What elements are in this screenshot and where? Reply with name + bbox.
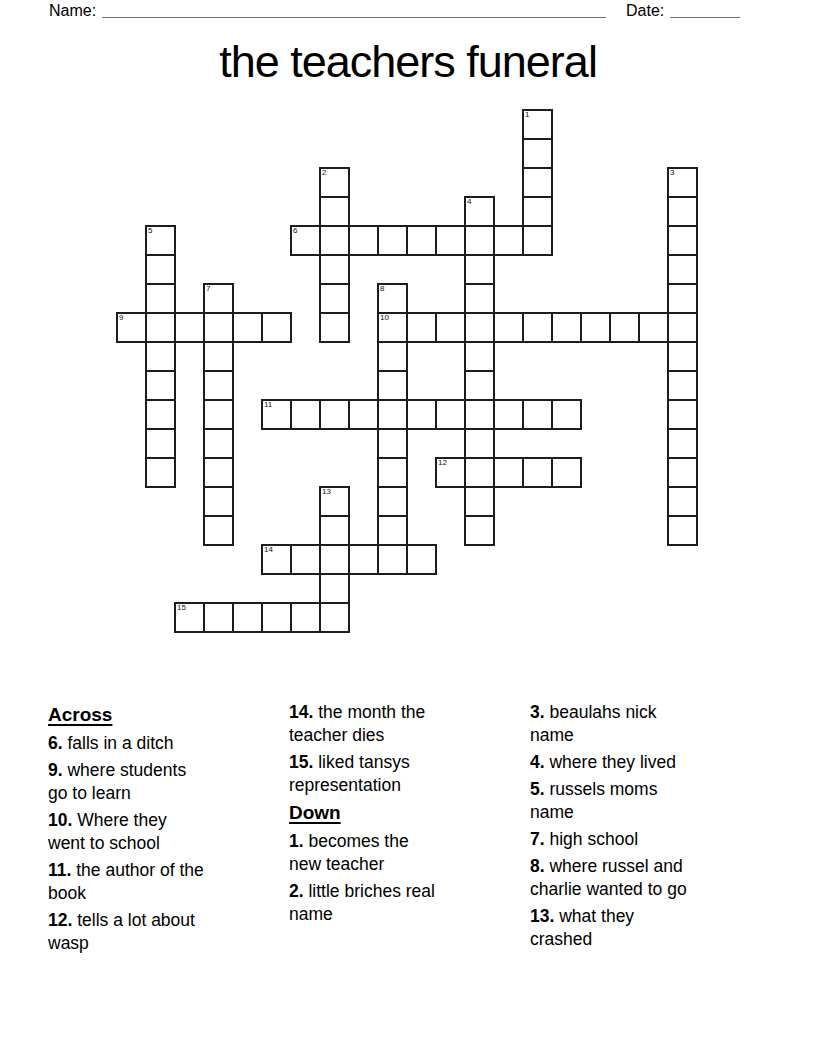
cell-r8c9[interactable] [378, 342, 407, 371]
cell-r7c13[interactable] [494, 313, 523, 342]
clue-number: 14. [289, 702, 313, 722]
cell-r9c9[interactable] [378, 371, 407, 400]
cell-r2c14[interactable] [523, 168, 552, 197]
cell-r5c19[interactable] [668, 255, 697, 284]
cell-r9c19[interactable] [668, 371, 697, 400]
cell-r6c19[interactable] [668, 284, 697, 313]
cell-number: 15 [177, 603, 186, 613]
cell-r4c13[interactable] [494, 226, 523, 255]
cell-number: 1 [525, 110, 529, 120]
cell-r15c9[interactable] [378, 545, 407, 574]
cell-r10c14[interactable] [523, 400, 552, 429]
cell-r9c12[interactable] [465, 371, 494, 400]
clue-number: 2. [289, 881, 304, 901]
cell-r15c8[interactable] [349, 545, 378, 574]
cell-r4c1[interactable]: 5 [146, 226, 175, 255]
cell-r13c9[interactable] [378, 487, 407, 516]
cell-r15c7[interactable] [320, 545, 349, 574]
cell-number: 3 [670, 168, 674, 178]
cell-r7c0[interactable]: 9 [117, 313, 146, 342]
cell-r0c14[interactable]: 1 [523, 110, 552, 139]
puzzle-title: the teachers funeral [0, 36, 816, 88]
cell-r7c4[interactable] [233, 313, 262, 342]
cell-r17c4[interactable] [233, 603, 262, 632]
date-label: Date: [626, 2, 664, 20]
clue-down-3: 3. beaulahs nick name [530, 701, 692, 747]
cell-r14c3[interactable] [204, 516, 233, 545]
cell-r12c11[interactable]: 12 [436, 458, 465, 487]
cell-r10c9[interactable] [378, 400, 407, 429]
clue-number: 13. [530, 906, 554, 926]
down-heading: Down [289, 801, 437, 825]
cell-r17c5[interactable] [262, 603, 291, 632]
cell-number: 14 [264, 545, 273, 555]
cell-r12c13[interactable] [494, 458, 523, 487]
clue-number: 1. [289, 831, 304, 851]
cell-r7c15[interactable] [552, 313, 581, 342]
cell-r13c3[interactable] [204, 487, 233, 516]
clue-text: where they lived [549, 752, 675, 772]
clue-number: 10. [48, 810, 72, 830]
cell-r7c14[interactable] [523, 313, 552, 342]
cell-r15c5[interactable]: 14 [262, 545, 291, 574]
cell-r9c3[interactable] [204, 371, 233, 400]
cell-r4c11[interactable] [436, 226, 465, 255]
cell-r17c2[interactable]: 15 [175, 603, 204, 632]
cell-number: 8 [380, 284, 384, 294]
cell-r14c7[interactable] [320, 516, 349, 545]
cell-r11c1[interactable] [146, 429, 175, 458]
cell-r10c12[interactable] [465, 400, 494, 429]
cell-r13c19[interactable] [668, 487, 697, 516]
cell-r3c7[interactable] [320, 197, 349, 226]
cell-r7c7[interactable] [320, 313, 349, 342]
cell-r2c7[interactable]: 2 [320, 168, 349, 197]
across-heading: Across [48, 703, 205, 727]
clue-column-3: 3. beaulahs nick name 4. where they live… [530, 701, 692, 955]
cell-r4c7[interactable] [320, 226, 349, 255]
cell-r10c10[interactable] [407, 400, 436, 429]
clue-across-10: 10. Where they went to school [48, 809, 205, 855]
cell-r8c1[interactable] [146, 342, 175, 371]
cell-r11c3[interactable] [204, 429, 233, 458]
cell-r15c10[interactable] [407, 545, 436, 574]
clue-text: russels moms name [530, 779, 657, 822]
clue-number: 7. [530, 829, 545, 849]
clue-number: 6. [48, 733, 63, 753]
cell-r4c14[interactable] [523, 226, 552, 255]
cell-r4c12[interactable] [465, 226, 494, 255]
clue-down-8: 8. where russel and charlie wanted to go [530, 855, 692, 901]
cell-r11c12[interactable] [465, 429, 494, 458]
cell-r17c3[interactable] [204, 603, 233, 632]
cell-r12c19[interactable] [668, 458, 697, 487]
cell-r7c16[interactable] [581, 313, 610, 342]
cell-number: 12 [438, 458, 447, 468]
cell-r9c1[interactable] [146, 371, 175, 400]
cell-r10c8[interactable] [349, 400, 378, 429]
name-label: Name: [49, 2, 96, 20]
cell-r10c19[interactable] [668, 400, 697, 429]
clue-column-2: 14. the month the teacher dies 15. liked… [289, 701, 437, 930]
cell-r1c14[interactable] [523, 139, 552, 168]
cell-r7c12[interactable] [465, 313, 494, 342]
cell-r5c7[interactable] [320, 255, 349, 284]
cell-r8c19[interactable] [668, 342, 697, 371]
cell-r11c19[interactable] [668, 429, 697, 458]
cell-r6c7[interactable] [320, 284, 349, 313]
cell-r7c9[interactable]: 10 [378, 313, 407, 342]
cell-r7c11[interactable] [436, 313, 465, 342]
cell-r15c6[interactable] [291, 545, 320, 574]
cell-r4c6[interactable]: 6 [291, 226, 320, 255]
cell-number: 7 [206, 284, 210, 294]
cell-r13c12[interactable] [465, 487, 494, 516]
clue-number: 8. [530, 856, 545, 876]
cell-number: 11 [264, 400, 272, 410]
cell-r12c1[interactable] [146, 458, 175, 487]
cell-r12c3[interactable] [204, 458, 233, 487]
cell-r4c19[interactable] [668, 226, 697, 255]
crossword-grid: 123456789101112131415 [117, 110, 697, 632]
clue-text: where russel and charlie wanted to go [530, 856, 687, 899]
cell-r17c6[interactable] [291, 603, 320, 632]
cell-r10c13[interactable] [494, 400, 523, 429]
cell-r6c1[interactable] [146, 284, 175, 313]
name-input-line[interactable] [102, 1, 606, 18]
clue-number: 3. [530, 702, 545, 722]
cell-r7c19[interactable] [668, 313, 697, 342]
clue-down-2: 2. little briches real name [289, 880, 437, 926]
cell-r7c1[interactable] [146, 313, 175, 342]
cell-number: 2 [322, 168, 326, 178]
cell-r6c12[interactable] [465, 284, 494, 313]
clue-text: where students go to learn [48, 760, 186, 803]
cell-r7c17[interactable] [610, 313, 639, 342]
cell-r3c12[interactable]: 4 [465, 197, 494, 226]
cell-number: 6 [293, 226, 297, 236]
clue-across-12: 12. tells a lot about wasp [48, 909, 205, 955]
cell-r12c14[interactable] [523, 458, 552, 487]
cell-r10c3[interactable] [204, 400, 233, 429]
cell-r10c11[interactable] [436, 400, 465, 429]
clue-text: high school [549, 829, 638, 849]
cell-r3c14[interactable] [523, 197, 552, 226]
cell-number: 4 [467, 197, 471, 207]
clue-number: 12. [48, 910, 72, 930]
cell-r12c9[interactable] [378, 458, 407, 487]
cell-r13c7[interactable]: 13 [320, 487, 349, 516]
clue-across-14: 14. the month the teacher dies [289, 701, 437, 747]
clue-across-11: 11. the author of the book [48, 859, 205, 905]
clue-number: 5. [530, 779, 545, 799]
cell-r11c9[interactable] [378, 429, 407, 458]
cell-r8c3[interactable] [204, 342, 233, 371]
cell-r10c15[interactable] [552, 400, 581, 429]
cell-r7c10[interactable] [407, 313, 436, 342]
clue-down-5: 5. russels moms name [530, 778, 692, 824]
cell-r12c12[interactable] [465, 458, 494, 487]
cell-r6c9[interactable]: 8 [378, 284, 407, 313]
clue-across-6: 6. falls in a ditch [48, 732, 205, 755]
cell-r4c10[interactable] [407, 226, 436, 255]
cell-r10c5[interactable]: 11 [262, 400, 291, 429]
cell-r7c5[interactable] [262, 313, 291, 342]
clue-column-1: Across 6. falls in a ditch 9. where stud… [48, 701, 205, 959]
clue-number: 11. [48, 860, 71, 880]
cell-r17c7[interactable] [320, 603, 349, 632]
cell-r5c1[interactable] [146, 255, 175, 284]
cell-number: 10 [380, 313, 389, 323]
clue-text: the author of the book [48, 860, 204, 903]
cell-r14c19[interactable] [668, 516, 697, 545]
cell-r4c8[interactable] [349, 226, 378, 255]
cell-r5c12[interactable] [465, 255, 494, 284]
cell-r10c6[interactable] [291, 400, 320, 429]
clue-number: 4. [530, 752, 545, 772]
cell-r10c1[interactable] [146, 400, 175, 429]
cell-r2c19[interactable]: 3 [668, 168, 697, 197]
cell-r14c12[interactable] [465, 516, 494, 545]
cell-number: 5 [148, 226, 152, 236]
clue-text: falls in a ditch [67, 733, 173, 753]
cell-r14c9[interactable] [378, 516, 407, 545]
cell-r7c3[interactable] [204, 313, 233, 342]
clue-down-7: 7. high school [530, 828, 692, 851]
cell-number: 13 [322, 487, 331, 497]
cell-r4c9[interactable] [378, 226, 407, 255]
cell-r6c3[interactable]: 7 [204, 284, 233, 313]
clue-down-4: 4. where they lived [530, 751, 692, 774]
clue-across-9: 9. where students go to learn [48, 759, 205, 805]
cell-r12c15[interactable] [552, 458, 581, 487]
cell-number: 9 [119, 313, 123, 323]
cell-r16c7[interactable] [320, 574, 349, 603]
cell-r3c19[interactable] [668, 197, 697, 226]
clue-down-13: 13. what they crashed [530, 905, 692, 951]
date-input-line[interactable] [670, 1, 740, 18]
clue-down-1: 1. becomes the new teacher [289, 830, 437, 876]
cell-r10c7[interactable] [320, 400, 349, 429]
clue-number: 15. [289, 752, 313, 772]
cell-r8c12[interactable] [465, 342, 494, 371]
cell-r7c2[interactable] [175, 313, 204, 342]
clue-text: little briches real name [289, 881, 435, 924]
cell-r7c18[interactable] [639, 313, 668, 342]
clue-number: 9. [48, 760, 63, 780]
clue-text: becomes the new teacher [289, 831, 409, 874]
clue-across-15: 15. liked tansys representation [289, 751, 437, 797]
clue-text: beaulahs nick name [530, 702, 657, 745]
